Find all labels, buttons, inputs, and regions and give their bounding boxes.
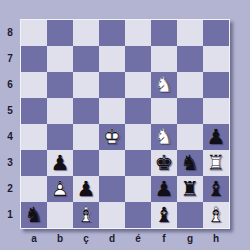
square-g4[interactable] xyxy=(177,124,203,150)
square-a6[interactable] xyxy=(21,72,47,98)
black-pawn-piece: ♟ xyxy=(203,124,229,150)
rank-label-1: 1 xyxy=(3,201,17,227)
black-bishop-piece: ♝ xyxy=(151,202,177,228)
square-f8[interactable] xyxy=(151,20,177,46)
square-g3[interactable]: ♞ xyxy=(177,150,203,176)
black-pawn-piece: ♟ xyxy=(47,150,73,176)
square-h3[interactable]: ♜♖ xyxy=(203,150,229,176)
black-pawn-piece: ♟ xyxy=(151,176,177,202)
black-knight-piece: ♞ xyxy=(21,202,47,228)
square-b5[interactable] xyxy=(47,98,73,124)
square-b1[interactable] xyxy=(47,202,73,228)
square-a1[interactable]: ♞ xyxy=(21,202,47,228)
white-pawn-piece: ♟♙ xyxy=(47,176,73,202)
square-g5[interactable] xyxy=(177,98,203,124)
square-d8[interactable] xyxy=(99,20,125,46)
white-king-piece: ♚♔ xyxy=(99,124,125,150)
rank-label-4: 4 xyxy=(3,123,17,149)
square-h7[interactable] xyxy=(203,46,229,72)
rank-label-8: 8 xyxy=(3,19,17,45)
rank-label-3: 3 xyxy=(3,149,17,175)
square-b3[interactable]: ♟ xyxy=(47,150,73,176)
file-label-h: h xyxy=(203,230,229,246)
square-g6[interactable] xyxy=(177,72,203,98)
chess-diagram: ♞♘♚♔♞♘♟♟♚♞♜♖♟♙♟♟♜♝♞♝♗♝♝♗ 87654321 abçdéf… xyxy=(0,0,250,250)
square-f2[interactable]: ♟ xyxy=(151,176,177,202)
square-d2[interactable] xyxy=(99,176,125,202)
square-d5[interactable] xyxy=(99,98,125,124)
square-e1[interactable] xyxy=(125,202,151,228)
white-knight-piece: ♞♘ xyxy=(151,72,177,98)
chess-board: ♞♘♚♔♞♘♟♟♚♞♜♖♟♙♟♟♜♝♞♝♗♝♝♗ xyxy=(20,19,230,229)
square-c7[interactable] xyxy=(73,46,99,72)
square-b6[interactable] xyxy=(47,72,73,98)
square-a3[interactable] xyxy=(21,150,47,176)
square-g8[interactable] xyxy=(177,20,203,46)
file-label-d: d xyxy=(99,230,125,246)
rank-label-7: 7 xyxy=(3,45,17,71)
black-pawn-piece: ♟ xyxy=(73,176,99,202)
square-d7[interactable] xyxy=(99,46,125,72)
square-f1[interactable]: ♝ xyxy=(151,202,177,228)
square-b7[interactable] xyxy=(47,46,73,72)
square-h8[interactable] xyxy=(203,20,229,46)
file-label-e: é xyxy=(125,230,151,246)
square-c6[interactable] xyxy=(73,72,99,98)
square-c3[interactable] xyxy=(73,150,99,176)
square-e3[interactable] xyxy=(125,150,151,176)
file-label-f: f xyxy=(151,230,177,246)
black-bishop-piece: ♝ xyxy=(203,176,229,202)
black-knight-piece: ♞ xyxy=(177,150,203,176)
rank-label-5: 5 xyxy=(3,97,17,123)
square-f4[interactable]: ♞♘ xyxy=(151,124,177,150)
file-label-c: ç xyxy=(73,230,99,246)
square-h4[interactable]: ♟ xyxy=(203,124,229,150)
square-a5[interactable] xyxy=(21,98,47,124)
square-c4[interactable] xyxy=(73,124,99,150)
square-e7[interactable] xyxy=(125,46,151,72)
square-g7[interactable] xyxy=(177,46,203,72)
square-b8[interactable] xyxy=(47,20,73,46)
square-b2[interactable]: ♟♙ xyxy=(47,176,73,202)
square-h2[interactable]: ♝ xyxy=(203,176,229,202)
square-e5[interactable] xyxy=(125,98,151,124)
square-a4[interactable] xyxy=(21,124,47,150)
white-knight-piece: ♞♘ xyxy=(151,124,177,150)
square-e4[interactable] xyxy=(125,124,151,150)
white-bishop-piece: ♝♗ xyxy=(203,202,229,228)
square-g1[interactable] xyxy=(177,202,203,228)
square-h6[interactable] xyxy=(203,72,229,98)
square-g2[interactable]: ♜ xyxy=(177,176,203,202)
square-e6[interactable] xyxy=(125,72,151,98)
square-d3[interactable] xyxy=(99,150,125,176)
square-e2[interactable] xyxy=(125,176,151,202)
black-king-piece: ♚ xyxy=(151,150,177,176)
square-c2[interactable]: ♟ xyxy=(73,176,99,202)
square-f3[interactable]: ♚ xyxy=(151,150,177,176)
square-h1[interactable]: ♝♗ xyxy=(203,202,229,228)
square-h5[interactable] xyxy=(203,98,229,124)
black-rook-piece: ♜ xyxy=(177,176,203,202)
square-c8[interactable] xyxy=(73,20,99,46)
square-d1[interactable] xyxy=(99,202,125,228)
square-f7[interactable] xyxy=(151,46,177,72)
square-f5[interactable] xyxy=(151,98,177,124)
square-c1[interactable]: ♝♗ xyxy=(73,202,99,228)
square-a8[interactable] xyxy=(21,20,47,46)
square-d4[interactable]: ♚♔ xyxy=(99,124,125,150)
square-b4[interactable] xyxy=(47,124,73,150)
white-rook-piece: ♜♖ xyxy=(203,150,229,176)
file-label-b: b xyxy=(47,230,73,246)
file-label-g: g xyxy=(177,230,203,246)
square-d6[interactable] xyxy=(99,72,125,98)
square-c5[interactable] xyxy=(73,98,99,124)
square-a7[interactable] xyxy=(21,46,47,72)
square-f6[interactable]: ♞♘ xyxy=(151,72,177,98)
square-a2[interactable] xyxy=(21,176,47,202)
file-label-a: a xyxy=(21,230,47,246)
rank-label-2: 2 xyxy=(3,175,17,201)
rank-label-6: 6 xyxy=(3,71,17,97)
square-e8[interactable] xyxy=(125,20,151,46)
white-bishop-piece: ♝♗ xyxy=(73,202,99,228)
